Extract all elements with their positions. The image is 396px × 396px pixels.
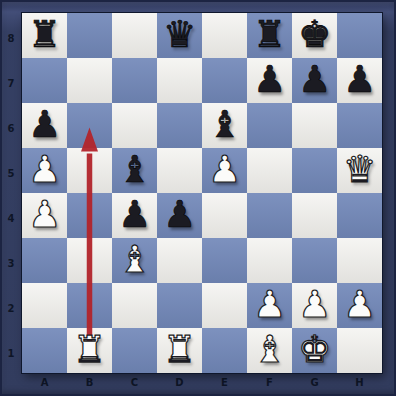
- square-b3[interactable]: [67, 238, 112, 283]
- file-label-f: F: [247, 373, 292, 396]
- square-a2[interactable]: [22, 283, 67, 328]
- square-g6[interactable]: [292, 103, 337, 148]
- square-b7[interactable]: [67, 58, 112, 103]
- rank-labels: 87654321: [0, 13, 22, 373]
- square-e5[interactable]: ♟: [202, 148, 247, 193]
- square-f4[interactable]: [247, 193, 292, 238]
- square-d8[interactable]: ♛: [157, 13, 202, 58]
- square-a4[interactable]: ♟: [22, 193, 67, 238]
- square-h3[interactable]: [337, 238, 382, 283]
- square-a7[interactable]: [22, 58, 67, 103]
- white-rook-piece[interactable]: ♜: [157, 328, 202, 373]
- square-h8[interactable]: [337, 13, 382, 58]
- black-pawn-piece[interactable]: ♟: [112, 193, 157, 238]
- rank-label-5: 5: [0, 148, 22, 193]
- white-pawn-piece[interactable]: ♟: [22, 193, 67, 238]
- square-c1[interactable]: [112, 328, 157, 373]
- square-d7[interactable]: [157, 58, 202, 103]
- white-bishop-piece[interactable]: ♝: [247, 328, 292, 373]
- black-pawn-piece[interactable]: ♟: [247, 58, 292, 103]
- black-pawn-piece[interactable]: ♟: [337, 58, 382, 103]
- square-h4[interactable]: [337, 193, 382, 238]
- square-h1[interactable]: [337, 328, 382, 373]
- square-d3[interactable]: [157, 238, 202, 283]
- square-c7[interactable]: [112, 58, 157, 103]
- square-c8[interactable]: [112, 13, 157, 58]
- rank-label-8: 8: [0, 13, 22, 58]
- white-rook-piece[interactable]: ♜: [67, 328, 112, 373]
- rank-label-1: 1: [0, 328, 22, 373]
- square-a1[interactable]: [22, 328, 67, 373]
- square-g1[interactable]: ♚: [292, 328, 337, 373]
- chess-board[interactable]: ♜♛♜♚♟♟♟♟♝♟♝♟♛♟♟♟♝♟♟♟♜♜♝♚: [22, 13, 382, 373]
- square-g5[interactable]: [292, 148, 337, 193]
- square-g8[interactable]: ♚: [292, 13, 337, 58]
- square-f7[interactable]: ♟: [247, 58, 292, 103]
- black-rook-piece[interactable]: ♜: [247, 13, 292, 58]
- square-d4[interactable]: ♟: [157, 193, 202, 238]
- square-b8[interactable]: [67, 13, 112, 58]
- square-b1[interactable]: ♜: [67, 328, 112, 373]
- square-b5[interactable]: [67, 148, 112, 193]
- white-pawn-piece[interactable]: ♟: [247, 283, 292, 328]
- white-pawn-piece[interactable]: ♟: [22, 148, 67, 193]
- file-labels: ABCDEFGH: [22, 373, 382, 396]
- square-e2[interactable]: [202, 283, 247, 328]
- board-frame: 87654321 ABCDEFGH ♜♛♜♚♟♟♟♟♝♟♝♟♛♟♟♟♝♟♟♟♜♜…: [0, 0, 396, 396]
- square-b2[interactable]: [67, 283, 112, 328]
- file-label-e: E: [202, 373, 247, 396]
- white-bishop-piece[interactable]: ♝: [112, 238, 157, 283]
- black-rook-piece[interactable]: ♜: [22, 13, 67, 58]
- square-e8[interactable]: [202, 13, 247, 58]
- square-h7[interactable]: ♟: [337, 58, 382, 103]
- file-label-a: A: [22, 373, 67, 396]
- square-e7[interactable]: [202, 58, 247, 103]
- black-queen-piece[interactable]: ♛: [157, 13, 202, 58]
- black-bishop-piece[interactable]: ♝: [202, 103, 247, 148]
- black-pawn-piece[interactable]: ♟: [22, 103, 67, 148]
- square-h5[interactable]: ♛: [337, 148, 382, 193]
- white-pawn-piece[interactable]: ♟: [337, 283, 382, 328]
- square-g3[interactable]: [292, 238, 337, 283]
- square-a8[interactable]: ♜: [22, 13, 67, 58]
- square-c2[interactable]: [112, 283, 157, 328]
- square-e6[interactable]: ♝: [202, 103, 247, 148]
- black-pawn-piece[interactable]: ♟: [157, 193, 202, 238]
- square-h2[interactable]: ♟: [337, 283, 382, 328]
- file-label-d: D: [157, 373, 202, 396]
- square-d1[interactable]: ♜: [157, 328, 202, 373]
- rank-label-2: 2: [0, 283, 22, 328]
- white-pawn-piece[interactable]: ♟: [292, 283, 337, 328]
- square-g4[interactable]: [292, 193, 337, 238]
- square-d6[interactable]: [157, 103, 202, 148]
- square-d2[interactable]: [157, 283, 202, 328]
- white-queen-piece[interactable]: ♛: [337, 148, 382, 193]
- square-h6[interactable]: [337, 103, 382, 148]
- rank-label-3: 3: [0, 238, 22, 283]
- rank-label-6: 6: [0, 103, 22, 148]
- square-f6[interactable]: [247, 103, 292, 148]
- square-a6[interactable]: ♟: [22, 103, 67, 148]
- file-label-c: C: [112, 373, 157, 396]
- file-label-b: B: [67, 373, 112, 396]
- file-label-g: G: [292, 373, 337, 396]
- square-f1[interactable]: ♝: [247, 328, 292, 373]
- square-f8[interactable]: ♜: [247, 13, 292, 58]
- square-b4[interactable]: [67, 193, 112, 238]
- square-d5[interactable]: [157, 148, 202, 193]
- square-c3[interactable]: ♝: [112, 238, 157, 283]
- square-c6[interactable]: [112, 103, 157, 148]
- rank-label-7: 7: [0, 58, 22, 103]
- white-pawn-piece[interactable]: ♟: [202, 148, 247, 193]
- square-e3[interactable]: [202, 238, 247, 283]
- square-b6[interactable]: [67, 103, 112, 148]
- black-pawn-piece[interactable]: ♟: [292, 58, 337, 103]
- square-a5[interactable]: ♟: [22, 148, 67, 193]
- square-c5[interactable]: ♝: [112, 148, 157, 193]
- square-f3[interactable]: [247, 238, 292, 283]
- square-c4[interactable]: ♟: [112, 193, 157, 238]
- square-a3[interactable]: [22, 238, 67, 283]
- square-g7[interactable]: ♟: [292, 58, 337, 103]
- square-g2[interactable]: ♟: [292, 283, 337, 328]
- white-king-piece[interactable]: ♚: [292, 328, 337, 373]
- square-f2[interactable]: ♟: [247, 283, 292, 328]
- black-king-piece[interactable]: ♚: [292, 13, 337, 58]
- rank-label-4: 4: [0, 193, 22, 238]
- square-e1[interactable]: [202, 328, 247, 373]
- square-f5[interactable]: [247, 148, 292, 193]
- square-e4[interactable]: [202, 193, 247, 238]
- file-label-h: H: [337, 373, 382, 396]
- black-bishop-piece[interactable]: ♝: [112, 148, 157, 193]
